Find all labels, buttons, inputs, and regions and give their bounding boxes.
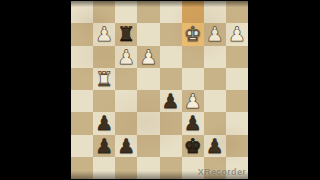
square-d6[interactable]: ♟ <box>137 46 159 68</box>
square-a6[interactable] <box>71 46 93 68</box>
square-c3[interactable] <box>115 112 137 134</box>
square-e8[interactable] <box>160 1 182 23</box>
square-f7[interactable]: ♚ <box>182 23 204 45</box>
square-c6[interactable]: ♟ <box>115 46 137 68</box>
square-d2[interactable] <box>137 135 159 157</box>
square-a3[interactable] <box>71 112 93 134</box>
square-g6[interactable] <box>204 46 226 68</box>
square-c7[interactable]: ♜ <box>115 23 137 45</box>
square-e3[interactable] <box>160 112 182 134</box>
square-a8[interactable] <box>71 1 93 23</box>
square-a2[interactable] <box>71 135 93 157</box>
square-b1[interactable] <box>93 157 115 179</box>
square-c8[interactable] <box>115 1 137 23</box>
square-a7[interactable] <box>71 23 93 45</box>
square-b3[interactable]: ♟ <box>93 112 115 134</box>
letterbox-left <box>0 0 71 180</box>
square-g3[interactable] <box>204 112 226 134</box>
white-pawn[interactable]: ♟ <box>95 24 113 44</box>
white-pawn[interactable]: ♟ <box>139 47 157 67</box>
square-a4[interactable] <box>71 90 93 112</box>
square-d7[interactable] <box>137 23 159 45</box>
video-frame: ♟♜♚♟♟♟♟♜♟♟♟♟♟♟♚♟ XRecorder <box>0 0 320 180</box>
square-c5[interactable] <box>115 68 137 90</box>
square-g2[interactable]: ♟ <box>204 135 226 157</box>
square-g7[interactable]: ♟ <box>204 23 226 45</box>
white-pawn[interactable]: ♟ <box>184 91 202 111</box>
square-f5[interactable] <box>182 68 204 90</box>
square-g4[interactable] <box>204 90 226 112</box>
square-h5[interactable] <box>226 68 248 90</box>
square-h3[interactable] <box>226 112 248 134</box>
square-d5[interactable] <box>137 68 159 90</box>
square-e6[interactable] <box>160 46 182 68</box>
square-b8[interactable] <box>93 1 115 23</box>
square-c2[interactable]: ♟ <box>115 135 137 157</box>
black-king[interactable]: ♚ <box>184 136 202 156</box>
square-e5[interactable] <box>160 68 182 90</box>
white-pawn[interactable]: ♟ <box>206 24 224 44</box>
square-e2[interactable] <box>160 135 182 157</box>
black-pawn[interactable]: ♟ <box>95 113 113 133</box>
black-pawn[interactable]: ♟ <box>95 136 113 156</box>
square-f6[interactable] <box>182 46 204 68</box>
square-b5[interactable]: ♜ <box>93 68 115 90</box>
white-pawn[interactable]: ♟ <box>117 47 135 67</box>
square-b2[interactable]: ♟ <box>93 135 115 157</box>
square-h8[interactable] <box>226 1 248 23</box>
square-a5[interactable] <box>71 68 93 90</box>
square-h7[interactable]: ♟ <box>226 23 248 45</box>
square-e4[interactable]: ♟ <box>160 90 182 112</box>
square-d4[interactable] <box>137 90 159 112</box>
square-f2[interactable]: ♚ <box>182 135 204 157</box>
black-pawn[interactable]: ♟ <box>162 91 180 111</box>
square-f8[interactable] <box>182 1 204 23</box>
white-pawn[interactable]: ♟ <box>228 24 246 44</box>
square-h2[interactable] <box>226 135 248 157</box>
square-c1[interactable] <box>115 157 137 179</box>
square-b6[interactable] <box>93 46 115 68</box>
square-f3[interactable]: ♟ <box>182 112 204 134</box>
square-f4[interactable]: ♟ <box>182 90 204 112</box>
black-pawn[interactable]: ♟ <box>184 113 202 133</box>
square-b4[interactable] <box>93 90 115 112</box>
black-pawn[interactable]: ♟ <box>117 136 135 156</box>
square-d8[interactable] <box>137 1 159 23</box>
black-pawn[interactable]: ♟ <box>206 136 224 156</box>
square-e1[interactable] <box>160 157 182 179</box>
white-king[interactable]: ♚ <box>184 24 202 44</box>
square-c4[interactable] <box>115 90 137 112</box>
black-rook[interactable]: ♜ <box>117 24 135 44</box>
xrecorder-watermark: XRecorder <box>198 167 246 177</box>
square-g5[interactable] <box>204 68 226 90</box>
square-b7[interactable]: ♟ <box>93 23 115 45</box>
square-e7[interactable] <box>160 23 182 45</box>
square-g8[interactable] <box>204 1 226 23</box>
letterbox-right <box>248 0 320 180</box>
square-d3[interactable] <box>137 112 159 134</box>
square-h6[interactable] <box>226 46 248 68</box>
square-h4[interactable] <box>226 90 248 112</box>
square-d1[interactable] <box>137 157 159 179</box>
white-rook[interactable]: ♜ <box>95 69 113 89</box>
chess-board: ♟♜♚♟♟♟♟♜♟♟♟♟♟♟♚♟ <box>71 1 248 179</box>
square-a1[interactable] <box>71 157 93 179</box>
